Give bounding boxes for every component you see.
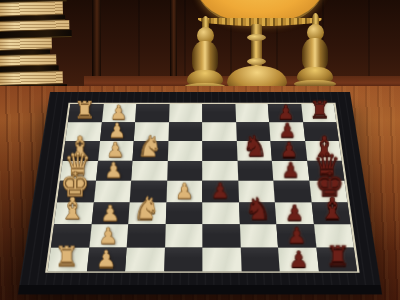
piece-red-pawn[interactable]: ♟ [287,224,307,246]
square-f3[interactable]: ♞ [128,202,166,224]
piece-red-pawn[interactable]: ♟ [211,180,230,201]
chessboard-3d: ♜♟♟♜♟♟♝♟♞♞♟♝♛♟♟♛♚♟♟♚♝♟♞♞♟♝♟♟♜♟♟♜ [19,92,380,285]
square-g6[interactable] [239,224,278,247]
square-d2[interactable]: ♟ [96,160,133,180]
square-f8[interactable]: ♝ [311,202,350,224]
square-a8[interactable]: ♜ [301,104,336,122]
square-h7[interactable]: ♟ [278,247,318,271]
square-c6[interactable]: ♞ [236,141,272,161]
brass-figurine-right [294,13,336,93]
square-h4[interactable] [164,247,203,271]
square-a1[interactable]: ♜ [68,104,103,122]
square-h8[interactable]: ♜ [316,247,357,271]
square-g3[interactable] [127,224,166,247]
piece-white-pawn[interactable]: ♟ [96,248,116,271]
piece-white-knight[interactable]: ♞ [137,131,163,160]
square-a6[interactable] [235,104,269,122]
lamp-stem-knob [247,34,266,41]
figurine-body [302,38,328,70]
piece-white-pawn[interactable]: ♟ [104,159,123,180]
square-g5[interactable] [202,224,240,247]
square-g7[interactable]: ♟ [276,224,315,247]
lamp-stem-knob [247,58,266,65]
square-h3[interactable] [125,247,164,271]
square-g4[interactable] [164,224,202,247]
square-a5[interactable] [202,104,236,122]
square-c5[interactable] [202,141,237,161]
square-f1[interactable]: ♝ [54,202,93,224]
square-f6[interactable]: ♞ [239,202,277,224]
piece-white-bishop[interactable]: ♝ [59,194,86,224]
square-d7[interactable]: ♟ [272,160,309,180]
piece-red-knight[interactable]: ♞ [244,193,272,224]
piece-white-rook[interactable]: ♜ [74,98,95,122]
board-grid: ♜♟♟♜♟♟♝♟♞♞♟♝♛♟♟♛♚♟♟♚♝♟♞♞♟♝♟♟♜♟♟♜ [45,103,359,273]
square-a3[interactable] [135,104,169,122]
square-f5[interactable] [202,202,239,224]
piece-white-rook[interactable]: ♜ [55,243,80,270]
chessboard-zone: ♜♟♟♜♟♟♝♟♞♞♟♝♛♟♟♛♚♟♟♚♝♟♞♞♟♝♟♟♜♟♟♜ [12,84,388,300]
piece-red-pawn[interactable]: ♟ [282,159,301,180]
piece-white-knight[interactable]: ♞ [133,193,161,224]
square-c4[interactable] [167,141,202,161]
square-a4[interactable] [169,104,203,122]
board-frame: ♜♟♟♜♟♟♝♟♞♞♟♝♛♟♟♛♚♟♟♚♝♟♞♞♟♝♟♟♜♟♟♜ [19,92,380,285]
square-h5[interactable] [202,247,241,271]
square-h2[interactable]: ♟ [86,247,126,271]
square-b5[interactable] [202,122,236,141]
square-e5[interactable]: ♟ [202,181,238,202]
square-h6[interactable] [240,247,280,271]
square-f7[interactable]: ♟ [275,202,314,224]
square-f2[interactable]: ♟ [91,202,130,224]
piece-white-pawn[interactable]: ♟ [175,180,194,201]
figurine-body [192,41,218,73]
brass-figurine-left [185,16,225,94]
piece-red-pawn[interactable]: ♟ [289,248,309,271]
piece-red-knight[interactable]: ♞ [241,131,267,160]
square-d3[interactable] [131,160,167,180]
square-f4[interactable] [165,202,202,224]
piece-red-rook[interactable]: ♜ [309,98,330,122]
piece-red-pawn[interactable]: ♟ [285,202,304,224]
square-h1[interactable]: ♜ [48,247,89,271]
square-c3[interactable]: ♞ [132,141,167,161]
piece-red-rook[interactable]: ♜ [325,243,350,270]
piece-white-pawn[interactable]: ♟ [98,224,118,246]
piece-white-pawn[interactable]: ♟ [100,202,119,224]
square-g2[interactable]: ♟ [89,224,128,247]
square-b4[interactable] [168,122,202,141]
square-e4[interactable]: ♟ [166,181,202,202]
square-d6[interactable] [237,160,273,180]
piece-red-bishop[interactable]: ♝ [319,194,346,224]
